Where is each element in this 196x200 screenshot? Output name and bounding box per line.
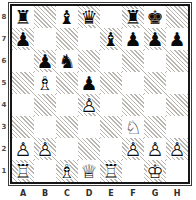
square-b4 [34,94,56,116]
white-rook-glyph: ♖ [100,160,122,182]
file-label-h: H [166,188,188,199]
square-b2: ♟♙ [34,138,56,160]
piece-black-bishop: ♝♝ [100,28,122,50]
white-king-glyph: ♔ [144,160,166,182]
square-d3 [78,116,100,138]
square-b8 [34,6,56,28]
black-pawn-glyph: ♟ [122,28,144,50]
piece-black-pawn: ♟♟ [166,28,188,50]
square-g3 [144,116,166,138]
square-f1 [122,160,144,182]
square-f4 [122,94,144,116]
square-e7: ♝♝ [100,28,122,50]
black-queen-glyph: ♛ [78,6,100,28]
piece-black-rook: ♜♜ [12,6,34,28]
square-d1: ♛♕ [78,160,100,182]
square-e4 [100,94,122,116]
square-e1: ♜♖ [100,160,122,182]
square-a3 [12,116,34,138]
square-a7: ♟♟ [12,28,34,50]
square-b6: ♟♟ [34,50,56,72]
white-pawn-glyph: ♙ [144,138,166,160]
file-label-e: E [100,188,122,199]
file-label-a: A [12,188,34,199]
piece-black-pawn: ♟♟ [122,28,144,50]
square-c6: ♞♞ [56,50,78,72]
square-a2: ♟♙ [12,138,34,160]
piece-white-pawn: ♟♙ [34,138,56,160]
file-label-f: F [122,188,144,199]
square-a5 [12,72,34,94]
piece-white-queen: ♛♕ [78,160,100,182]
square-d6 [78,50,100,72]
square-h4 [166,94,188,116]
piece-black-pawn: ♟♟ [78,72,100,94]
square-f3: ♞♘ [122,116,144,138]
board-frame: ♜♜♝♝♛♛♜♜♚♚♟♟♝♝♟♟♟♟♟♟♟♟♞♞♝♗♟♟♟♙♞♘♟♙♟♙♟♙♟♙… [8,2,192,186]
square-c4 [56,94,78,116]
black-king-glyph: ♚ [144,6,166,28]
chess-board: ♜♜♝♝♛♛♜♜♚♚♟♟♝♝♟♟♟♟♟♟♟♟♞♞♝♗♟♟♟♙♞♘♟♙♟♙♟♙♟♙… [10,4,190,184]
square-c5 [56,72,78,94]
square-h3 [166,116,188,138]
black-knight-glyph: ♞ [56,50,78,72]
square-d4: ♟♙ [78,94,100,116]
square-c2 [56,138,78,160]
piece-black-queen: ♛♛ [78,6,100,28]
piece-white-bishop: ♝♗ [56,160,78,182]
piece-white-pawn: ♟♙ [78,94,100,116]
piece-white-rook: ♜♖ [100,160,122,182]
piece-black-pawn: ♟♟ [12,28,34,50]
file-labels: ABCDEFGH [12,188,188,199]
square-c8: ♝♝ [56,6,78,28]
rank-label-8: 8 [0,6,8,28]
square-d5: ♟♟ [78,72,100,94]
white-bishop-glyph: ♗ [56,160,78,182]
piece-white-pawn: ♟♙ [122,138,144,160]
file-label-c: C [56,188,78,199]
file-label-d: D [78,188,100,199]
black-rook-glyph: ♜ [122,6,144,28]
square-f2: ♟♙ [122,138,144,160]
black-rook-glyph: ♜ [12,6,34,28]
square-f6 [122,50,144,72]
square-a6 [12,50,34,72]
square-g2: ♟♙ [144,138,166,160]
square-h2: ♟♙ [166,138,188,160]
square-g7: ♟♟ [144,28,166,50]
rank-label-2: 2 [0,138,8,160]
piece-white-rook: ♜♖ [12,160,34,182]
square-a4 [12,94,34,116]
white-pawn-glyph: ♙ [122,138,144,160]
rank-label-5: 5 [0,72,8,94]
square-c3 [56,116,78,138]
square-f7: ♟♟ [122,28,144,50]
rank-label-7: 7 [0,28,8,50]
square-h6 [166,50,188,72]
white-knight-glyph: ♘ [122,116,144,138]
square-a1: ♜♖ [12,160,34,182]
piece-black-rook: ♜♜ [122,6,144,28]
black-pawn-glyph: ♟ [34,50,56,72]
piece-white-bishop: ♝♗ [34,72,56,94]
black-pawn-glyph: ♟ [78,72,100,94]
piece-white-king: ♚♔ [144,160,166,182]
piece-white-pawn: ♟♙ [144,138,166,160]
square-b1 [34,160,56,182]
black-bishop-glyph: ♝ [56,6,78,28]
piece-black-pawn: ♟♟ [144,28,166,50]
rank-label-1: 1 [0,160,8,182]
black-pawn-glyph: ♟ [144,28,166,50]
square-b3 [34,116,56,138]
square-g5 [144,72,166,94]
square-e3 [100,116,122,138]
rank-labels: 87654321 [0,6,8,182]
white-pawn-glyph: ♙ [166,138,188,160]
square-e8 [100,6,122,28]
rank-label-6: 6 [0,50,8,72]
square-c1: ♝♗ [56,160,78,182]
square-h7: ♟♟ [166,28,188,50]
square-d2 [78,138,100,160]
square-h5 [166,72,188,94]
white-pawn-glyph: ♙ [12,138,34,160]
white-pawn-glyph: ♙ [78,94,100,116]
piece-black-pawn: ♟♟ [34,50,56,72]
piece-black-king: ♚♚ [144,6,166,28]
white-rook-glyph: ♖ [12,160,34,182]
square-e6 [100,50,122,72]
square-g6 [144,50,166,72]
chess-diagram: 87654321 ♜♜♝♝♛♛♜♜♚♚♟♟♝♝♟♟♟♟♟♟♟♟♞♞♝♗♟♟♟♙♞… [0,0,196,200]
square-e5 [100,72,122,94]
file-label-g: G [144,188,166,199]
square-f8: ♜♜ [122,6,144,28]
square-b5: ♝♗ [34,72,56,94]
black-bishop-glyph: ♝ [100,28,122,50]
square-d8: ♛♛ [78,6,100,28]
piece-white-pawn: ♟♙ [166,138,188,160]
square-g1: ♚♔ [144,160,166,182]
white-queen-glyph: ♕ [78,160,100,182]
piece-black-bishop: ♝♝ [56,6,78,28]
square-g4 [144,94,166,116]
rank-label-4: 4 [0,94,8,116]
white-bishop-glyph: ♗ [34,72,56,94]
file-label-b: B [34,188,56,199]
black-pawn-glyph: ♟ [12,28,34,50]
piece-white-knight: ♞♘ [122,116,144,138]
square-c7 [56,28,78,50]
white-pawn-glyph: ♙ [34,138,56,160]
square-a8: ♜♜ [12,6,34,28]
square-g8: ♚♚ [144,6,166,28]
square-d7 [78,28,100,50]
square-h1 [166,160,188,182]
black-pawn-glyph: ♟ [166,28,188,50]
piece-black-knight: ♞♞ [56,50,78,72]
piece-white-pawn: ♟♙ [12,138,34,160]
square-e2 [100,138,122,160]
square-f5 [122,72,144,94]
square-h8 [166,6,188,28]
square-b7 [34,28,56,50]
rank-label-3: 3 [0,116,8,138]
